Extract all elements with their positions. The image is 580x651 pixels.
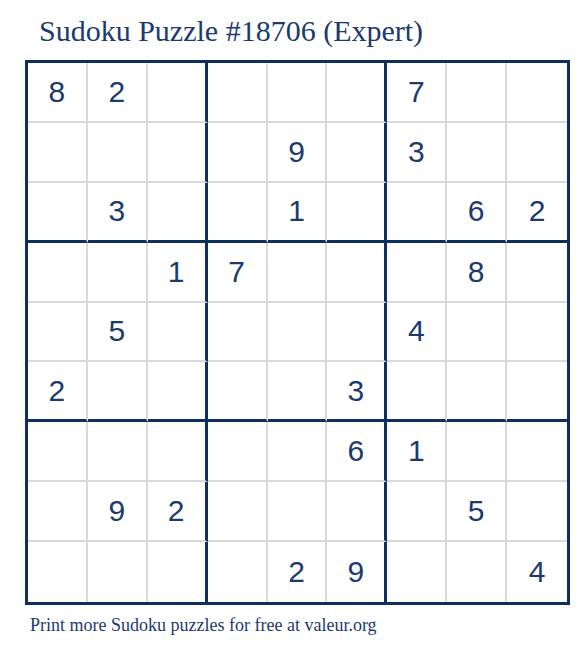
cell-r6c3[interactable]: [148, 362, 208, 422]
cell-r3c3[interactable]: [148, 183, 208, 243]
cell-r2c2[interactable]: [88, 123, 148, 183]
cell-r1c1[interactable]: 8: [28, 63, 88, 123]
cell-r2c4[interactable]: [208, 123, 268, 183]
cell-r1c4[interactable]: [208, 63, 268, 123]
cell-r4c7[interactable]: [387, 243, 447, 303]
cell-r5c5[interactable]: [268, 303, 328, 363]
cell-r1c5[interactable]: [268, 63, 328, 123]
cell-r5c8[interactable]: [447, 303, 507, 363]
cell-r8c8[interactable]: 5: [447, 482, 507, 542]
cell-r9c5[interactable]: 2: [268, 542, 328, 602]
cell-r9c3[interactable]: [148, 542, 208, 602]
cell-r9c2[interactable]: [88, 542, 148, 602]
cell-r6c6[interactable]: 3: [327, 362, 387, 422]
given-digit: 9: [348, 555, 365, 589]
cell-r2c3[interactable]: [148, 123, 208, 183]
given-digit: 2: [168, 494, 185, 528]
cell-r3c8[interactable]: 6: [447, 183, 507, 243]
cell-r2c5[interactable]: 9: [268, 123, 328, 183]
cell-r5c2[interactable]: 5: [88, 303, 148, 363]
cell-r5c3[interactable]: [148, 303, 208, 363]
cell-r4c3[interactable]: 1: [148, 243, 208, 303]
cell-r6c2[interactable]: [88, 362, 148, 422]
cell-r8c4[interactable]: [208, 482, 268, 542]
cell-r1c9[interactable]: [507, 63, 567, 123]
given-digit: 6: [348, 434, 365, 468]
cell-r6c1[interactable]: 2: [28, 362, 88, 422]
cell-r3c4[interactable]: [208, 183, 268, 243]
given-digit: 1: [408, 434, 425, 468]
cell-r6c9[interactable]: [507, 362, 567, 422]
cell-r5c6[interactable]: [327, 303, 387, 363]
cell-r9c8[interactable]: [447, 542, 507, 602]
cell-r3c7[interactable]: [387, 183, 447, 243]
cell-r2c6[interactable]: [327, 123, 387, 183]
cell-r1c2[interactable]: 2: [88, 63, 148, 123]
cell-r5c1[interactable]: [28, 303, 88, 363]
cell-r4c2[interactable]: [88, 243, 148, 303]
cell-r5c7[interactable]: 4: [387, 303, 447, 363]
cell-r7c6[interactable]: 6: [327, 422, 387, 482]
given-digit: 5: [468, 494, 485, 528]
cell-r2c9[interactable]: [507, 123, 567, 183]
given-digit: 1: [288, 194, 305, 228]
cell-r1c3[interactable]: [148, 63, 208, 123]
given-digit: 9: [288, 135, 305, 169]
cell-r2c1[interactable]: [28, 123, 88, 183]
cell-r4c8[interactable]: 8: [447, 243, 507, 303]
cell-r3c5[interactable]: 1: [268, 183, 328, 243]
cell-r3c2[interactable]: 3: [88, 183, 148, 243]
given-digit: 3: [408, 135, 425, 169]
cell-r4c6[interactable]: [327, 243, 387, 303]
cell-r6c5[interactable]: [268, 362, 328, 422]
footer-credit: Print more Sudoku puzzles for free at va…: [30, 615, 377, 636]
cell-r7c1[interactable]: [28, 422, 88, 482]
cell-r5c4[interactable]: [208, 303, 268, 363]
cell-r1c7[interactable]: 7: [387, 63, 447, 123]
cell-r2c8[interactable]: [447, 123, 507, 183]
cell-r8c5[interactable]: [268, 482, 328, 542]
given-digit: 2: [288, 555, 305, 589]
cell-r7c2[interactable]: [88, 422, 148, 482]
cell-r8c2[interactable]: 9: [88, 482, 148, 542]
given-digit: 2: [49, 374, 66, 408]
given-digit: 8: [468, 255, 485, 289]
given-digit: 9: [108, 494, 125, 528]
cell-r8c6[interactable]: [327, 482, 387, 542]
cell-r7c5[interactable]: [268, 422, 328, 482]
given-digit: 1: [168, 255, 185, 289]
cell-r7c9[interactable]: [507, 422, 567, 482]
cell-r9c4[interactable]: [208, 542, 268, 602]
given-digit: 5: [108, 314, 125, 348]
given-digit: 3: [348, 374, 365, 408]
cell-r3c6[interactable]: [327, 183, 387, 243]
cell-r9c7[interactable]: [387, 542, 447, 602]
given-digit: 4: [408, 314, 425, 348]
given-digit: 6: [468, 194, 485, 228]
cell-r4c1[interactable]: [28, 243, 88, 303]
cell-r4c9[interactable]: [507, 243, 567, 303]
given-digit: 7: [228, 255, 245, 289]
cell-r7c7[interactable]: 1: [387, 422, 447, 482]
page-title: Sudoku Puzzle #18706 (Expert): [39, 14, 423, 48]
cell-r9c6[interactable]: 9: [327, 542, 387, 602]
cell-r6c8[interactable]: [447, 362, 507, 422]
given-digit: 8: [49, 75, 66, 109]
cell-r6c4[interactable]: [208, 362, 268, 422]
cell-r3c9[interactable]: 2: [507, 183, 567, 243]
cell-r9c1[interactable]: [28, 542, 88, 602]
cell-r9c9[interactable]: 4: [507, 542, 567, 602]
given-digit: 2: [529, 194, 546, 228]
cell-r7c3[interactable]: [148, 422, 208, 482]
cell-r7c4[interactable]: [208, 422, 268, 482]
cell-r8c1[interactable]: [28, 482, 88, 542]
cell-r7c8[interactable]: [447, 422, 507, 482]
cell-r4c4[interactable]: 7: [208, 243, 268, 303]
given-digit: 7: [408, 75, 425, 109]
given-digit: 4: [529, 555, 546, 589]
cell-r8c3[interactable]: 2: [148, 482, 208, 542]
cell-r3c1[interactable]: [28, 183, 88, 243]
cell-r5c9[interactable]: [507, 303, 567, 363]
sudoku-page: Sudoku Puzzle #18706 (Expert) 8279331621…: [0, 0, 580, 651]
cell-r8c9[interactable]: [507, 482, 567, 542]
given-digit: 3: [108, 194, 125, 228]
cell-r8c7[interactable]: [387, 482, 447, 542]
given-digit: 2: [108, 75, 125, 109]
cell-r1c6[interactable]: [327, 63, 387, 123]
cell-r1c8[interactable]: [447, 63, 507, 123]
cell-r4c5[interactable]: [268, 243, 328, 303]
cell-r2c7[interactable]: 3: [387, 123, 447, 183]
cell-r6c7[interactable]: [387, 362, 447, 422]
sudoku-board: 827933162178542361925294: [25, 60, 570, 605]
